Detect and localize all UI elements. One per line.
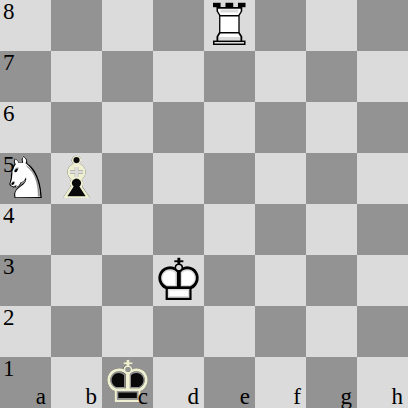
square-f5[interactable]: [255, 153, 306, 204]
square-c6[interactable]: [102, 102, 153, 153]
square-d6[interactable]: [153, 102, 204, 153]
file-label-d: d: [188, 385, 200, 408]
square-h5[interactable]: [357, 153, 408, 204]
square-c1[interactable]: c♚♔: [102, 357, 153, 408]
rank-label-5: 5: [3, 153, 15, 176]
rank-label-8: 8: [3, 0, 15, 23]
piece-outline-layer: ♖: [204, 0, 255, 51]
square-a8[interactable]: 8: [0, 0, 51, 51]
square-c4[interactable]: [102, 204, 153, 255]
square-h7[interactable]: [357, 51, 408, 102]
piece-outline-layer: ♗: [51, 153, 102, 204]
square-a7[interactable]: 7: [0, 51, 51, 102]
square-e6[interactable]: [204, 102, 255, 153]
piece-outline-layer: ♔: [153, 255, 204, 306]
square-c5[interactable]: [102, 153, 153, 204]
square-g5[interactable]: [306, 153, 357, 204]
square-d1[interactable]: d: [153, 357, 204, 408]
rank-label-1: 1: [3, 357, 15, 380]
square-d8[interactable]: [153, 0, 204, 51]
square-f1[interactable]: f: [255, 357, 306, 408]
square-c8[interactable]: [102, 0, 153, 51]
file-label-f: f: [293, 385, 301, 408]
square-b3[interactable]: [51, 255, 102, 306]
file-label-e: e: [240, 385, 250, 408]
square-e8[interactable]: ♜♖: [204, 0, 255, 51]
square-e5[interactable]: [204, 153, 255, 204]
square-a5[interactable]: 5♞♘: [0, 153, 51, 204]
file-label-g: g: [341, 385, 353, 408]
square-b8[interactable]: [51, 0, 102, 51]
file-label-c: c: [138, 385, 148, 408]
square-d7[interactable]: [153, 51, 204, 102]
square-f6[interactable]: [255, 102, 306, 153]
square-g4[interactable]: [306, 204, 357, 255]
square-a1[interactable]: 1a: [0, 357, 51, 408]
square-e3[interactable]: [204, 255, 255, 306]
square-h2[interactable]: [357, 306, 408, 357]
square-f3[interactable]: [255, 255, 306, 306]
square-h6[interactable]: [357, 102, 408, 153]
chess-board: 8♜♖765♞♘♝♗43♚♔21abc♚♔defgh: [0, 0, 408, 408]
square-c7[interactable]: [102, 51, 153, 102]
square-e1[interactable]: e: [204, 357, 255, 408]
white-rook-e8[interactable]: ♜♖: [204, 0, 255, 51]
rank-label-7: 7: [3, 51, 15, 74]
file-label-a: a: [36, 385, 46, 408]
rank-label-6: 6: [3, 102, 15, 125]
square-a3[interactable]: 3: [0, 255, 51, 306]
file-label-h: h: [392, 385, 404, 408]
square-h4[interactable]: [357, 204, 408, 255]
square-g7[interactable]: [306, 51, 357, 102]
square-g2[interactable]: [306, 306, 357, 357]
square-g8[interactable]: [306, 0, 357, 51]
square-f4[interactable]: [255, 204, 306, 255]
rank-label-4: 4: [3, 204, 15, 227]
square-f8[interactable]: [255, 0, 306, 51]
square-b7[interactable]: [51, 51, 102, 102]
square-b5[interactable]: ♝♗: [51, 153, 102, 204]
square-e4[interactable]: [204, 204, 255, 255]
square-c3[interactable]: [102, 255, 153, 306]
white-king-d3[interactable]: ♚♔: [153, 255, 204, 306]
square-g3[interactable]: [306, 255, 357, 306]
rank-label-3: 3: [3, 255, 15, 278]
square-a2[interactable]: 2: [0, 306, 51, 357]
square-g6[interactable]: [306, 102, 357, 153]
square-d5[interactable]: [153, 153, 204, 204]
rank-label-2: 2: [3, 306, 15, 329]
square-b2[interactable]: [51, 306, 102, 357]
square-h3[interactable]: [357, 255, 408, 306]
square-d3[interactable]: ♚♔: [153, 255, 204, 306]
square-h8[interactable]: [357, 0, 408, 51]
square-f7[interactable]: [255, 51, 306, 102]
square-h1[interactable]: h: [357, 357, 408, 408]
square-g1[interactable]: g: [306, 357, 357, 408]
square-b1[interactable]: b: [51, 357, 102, 408]
file-label-b: b: [86, 385, 98, 408]
square-f2[interactable]: [255, 306, 306, 357]
black-bishop-b5[interactable]: ♝♗: [51, 153, 102, 204]
square-e2[interactable]: [204, 306, 255, 357]
